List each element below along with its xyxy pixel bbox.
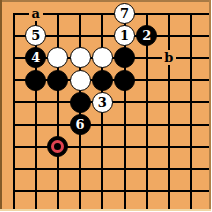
stone-move-number: 4 [31, 51, 40, 64]
grid-line-horizontal [13, 168, 212, 170]
stone-white-7: 7 [114, 3, 135, 24]
grid-line-vertical [168, 13, 170, 212]
stone-white [92, 47, 113, 68]
stone-black-4: 4 [25, 47, 46, 68]
stone-black [47, 70, 68, 91]
stone-white [47, 47, 68, 68]
stone-white [70, 47, 91, 68]
stone-white-5: 5 [25, 25, 46, 46]
stone-black-6: 6 [70, 114, 91, 135]
stone-move-number: 2 [142, 29, 151, 42]
stone-black [114, 70, 135, 91]
frame-edge-right [209, 0, 211, 211]
frame-edge-bottom [0, 209, 211, 211]
frame-edge-top [0, 0, 211, 2]
point-label-a: a [29, 6, 43, 21]
stone-black [70, 92, 91, 113]
circle-marker-icon [51, 140, 64, 153]
stone-white [70, 70, 91, 91]
grid-line-vertical [190, 13, 192, 212]
grid-line-vertical [57, 13, 59, 212]
grid-line-horizontal [13, 146, 212, 148]
stone-move-number: 3 [98, 96, 107, 109]
stone-white-1: 1 [114, 25, 135, 46]
grid-line-horizontal [13, 124, 212, 126]
stone-black [25, 70, 46, 91]
stone-black-2: 2 [136, 25, 157, 46]
stone-black [92, 70, 113, 91]
go-diagram: ab7512436 [0, 0, 211, 211]
grid-line-vertical [13, 13, 15, 212]
stone-move-number: 1 [120, 29, 129, 42]
point-label-b: b [162, 50, 176, 65]
frame-edge-left [0, 0, 2, 211]
stone-black-marked [47, 136, 68, 157]
stone-white-3: 3 [92, 92, 113, 113]
grid-line-horizontal [13, 190, 212, 192]
stone-move-number: 7 [120, 7, 129, 20]
stone-move-number: 6 [76, 118, 85, 131]
stone-black [114, 47, 135, 68]
stone-move-number: 5 [31, 29, 40, 42]
